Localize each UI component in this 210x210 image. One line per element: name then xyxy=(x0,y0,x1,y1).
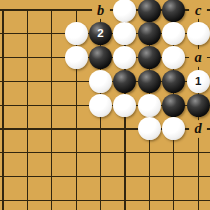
black-stone-numbered-2[interactable]: 2 xyxy=(89,22,112,45)
point-label-d[interactable]: d xyxy=(189,120,207,138)
black-stone[interactable] xyxy=(113,70,136,93)
board-point xyxy=(40,0,64,22)
board-point[interactable] xyxy=(137,46,161,70)
board-point xyxy=(64,141,88,165)
board-point xyxy=(0,93,15,117)
black-stone[interactable] xyxy=(138,22,161,45)
board-point[interactable] xyxy=(113,93,137,117)
board-point xyxy=(88,188,112,210)
point-label-b[interactable]: b xyxy=(92,1,110,19)
black-stone[interactable] xyxy=(187,94,210,117)
board-point xyxy=(0,141,15,165)
board-point[interactable] xyxy=(186,93,210,117)
board-point xyxy=(0,0,15,22)
board-point xyxy=(113,165,137,189)
board-point xyxy=(64,70,88,94)
board-point xyxy=(40,141,64,165)
white-stone[interactable] xyxy=(89,70,112,93)
board-point[interactable] xyxy=(88,46,112,70)
board-point[interactable] xyxy=(137,93,161,117)
board-point[interactable] xyxy=(137,22,161,46)
board-point xyxy=(64,165,88,189)
board-point xyxy=(15,188,39,210)
board-point[interactable]: 1 xyxy=(186,70,210,94)
white-stone[interactable] xyxy=(113,94,136,117)
board-point[interactable] xyxy=(113,0,137,22)
board-point xyxy=(186,188,210,210)
board-point xyxy=(88,165,112,189)
board-point xyxy=(113,117,137,141)
board-point xyxy=(15,165,39,189)
board-point xyxy=(15,93,39,117)
board-point[interactable] xyxy=(113,46,137,70)
black-stone[interactable] xyxy=(162,94,185,117)
white-stone[interactable] xyxy=(138,117,161,140)
board-point xyxy=(137,165,161,189)
board-point[interactable] xyxy=(64,22,88,46)
board-point[interactable] xyxy=(162,46,186,70)
board-point xyxy=(40,46,64,70)
board-point[interactable]: b xyxy=(88,0,112,22)
board-point xyxy=(40,93,64,117)
board-point xyxy=(162,188,186,210)
white-stone-numbered-1[interactable]: 1 xyxy=(187,70,210,93)
board-point[interactable]: a xyxy=(186,46,210,70)
board-point xyxy=(0,46,15,70)
board-point[interactable] xyxy=(162,70,186,94)
board-point[interactable] xyxy=(88,70,112,94)
board-point xyxy=(15,46,39,70)
board-point xyxy=(162,165,186,189)
board-point[interactable] xyxy=(113,22,137,46)
board-point[interactable]: 2 xyxy=(88,22,112,46)
board-point xyxy=(40,165,64,189)
board-point[interactable] xyxy=(162,93,186,117)
board-point xyxy=(113,188,137,210)
white-stone[interactable] xyxy=(65,46,88,69)
board-point xyxy=(40,22,64,46)
white-stone[interactable] xyxy=(138,94,161,117)
board-point[interactable] xyxy=(88,93,112,117)
board-point xyxy=(40,117,64,141)
board-point[interactable] xyxy=(137,117,161,141)
board-point[interactable]: d xyxy=(186,117,210,141)
white-stone[interactable] xyxy=(113,0,136,22)
white-stone[interactable] xyxy=(65,22,88,45)
board-point xyxy=(88,117,112,141)
board-point xyxy=(15,22,39,46)
board-point xyxy=(64,93,88,117)
board-point xyxy=(15,117,39,141)
black-stone[interactable] xyxy=(162,0,185,22)
white-stone[interactable] xyxy=(187,22,210,45)
board-point[interactable]: c xyxy=(186,0,210,22)
board-point[interactable] xyxy=(137,0,161,22)
white-stone[interactable] xyxy=(162,46,185,69)
board-point xyxy=(0,70,15,94)
board-point xyxy=(0,188,15,210)
white-stone[interactable] xyxy=(113,22,136,45)
board-grid: bc2a1d xyxy=(0,0,210,210)
board-point xyxy=(64,117,88,141)
board-point[interactable] xyxy=(186,22,210,46)
board-point xyxy=(15,141,39,165)
board-point xyxy=(162,141,186,165)
board-point[interactable] xyxy=(162,0,186,22)
black-stone[interactable] xyxy=(138,46,161,69)
black-stone[interactable] xyxy=(89,46,112,69)
board-point xyxy=(40,70,64,94)
board-point[interactable] xyxy=(162,117,186,141)
board-point xyxy=(186,165,210,189)
board-point xyxy=(0,22,15,46)
black-stone[interactable] xyxy=(162,70,185,93)
white-stone[interactable] xyxy=(113,46,136,69)
white-stone[interactable] xyxy=(162,117,185,140)
board-point xyxy=(15,0,39,22)
board-point xyxy=(15,70,39,94)
white-stone[interactable] xyxy=(162,22,185,45)
point-label-a[interactable]: a xyxy=(189,49,207,67)
board-point[interactable] xyxy=(113,70,137,94)
board-point xyxy=(0,165,15,189)
board-point xyxy=(64,0,88,22)
white-stone[interactable] xyxy=(89,94,112,117)
board-point xyxy=(137,188,161,210)
board-point xyxy=(0,117,15,141)
board-point xyxy=(137,141,161,165)
board-point xyxy=(88,141,112,165)
black-stone[interactable] xyxy=(138,70,161,93)
board-point xyxy=(40,188,64,210)
board-point xyxy=(186,141,210,165)
go-board-diagram[interactable]: bc2a1d xyxy=(0,0,210,210)
point-label-c[interactable]: c xyxy=(189,1,207,19)
black-stone[interactable] xyxy=(138,0,161,22)
board-point xyxy=(113,141,137,165)
board-point[interactable] xyxy=(64,46,88,70)
board-point[interactable] xyxy=(137,70,161,94)
board-point xyxy=(64,188,88,210)
board-point[interactable] xyxy=(162,22,186,46)
